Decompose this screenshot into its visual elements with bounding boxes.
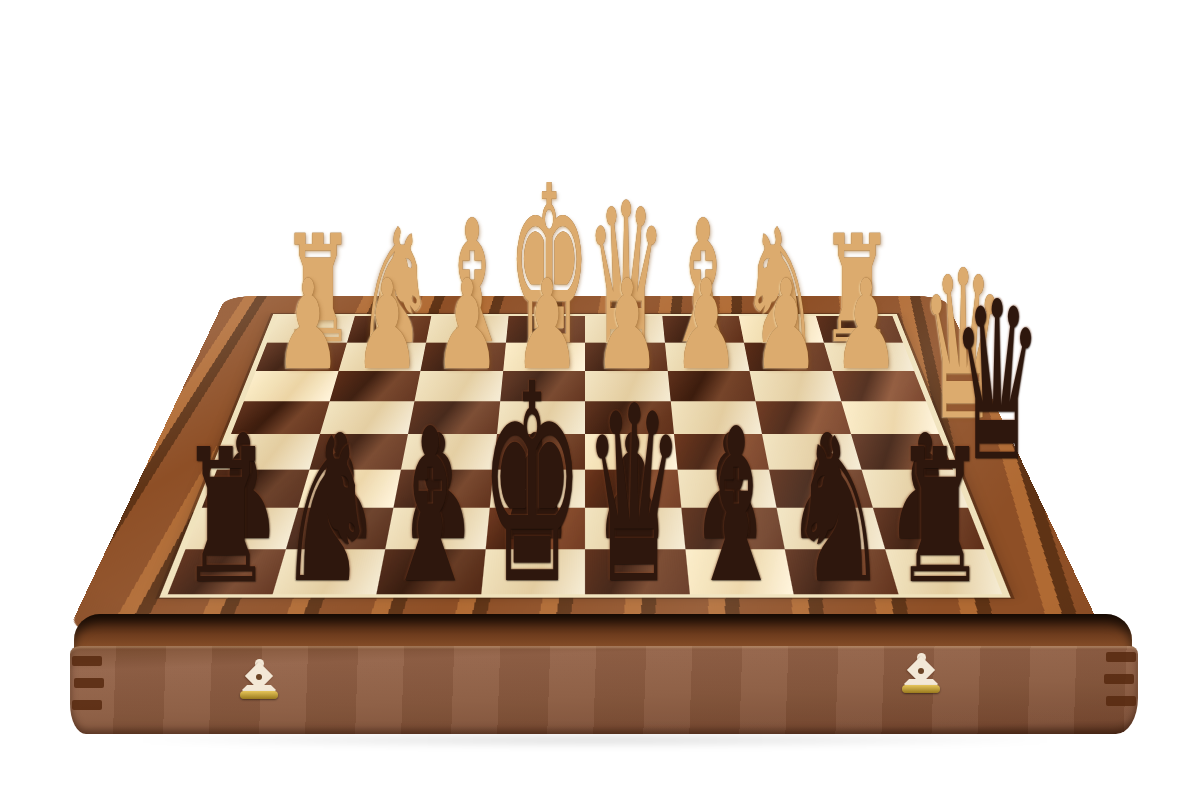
piece-black-knight-b8[interactable]: ♞ [788,413,888,612]
piece-white-pawn-h2[interactable]: ♟ [274,264,341,388]
piece-white-pawn-a2[interactable]: ♟ [833,264,900,388]
spare-black-queen[interactable]: ♛ [952,273,1042,492]
piece-black-king-e8[interactable]: ♚ [480,349,583,623]
piece-black-bishop-f8[interactable]: ♝ [382,401,477,613]
pieces-layer: ♜♞♝♛♚♝♞♜♟♟♟♟♟♟♟♟♟♟♟♟♟♟♟♟♜♞♝♛♚♝♞♜♛♛ [0,0,1200,800]
piece-white-pawn-g2[interactable]: ♟ [354,264,421,388]
piece-black-bishop-c8[interactable]: ♝ [688,401,783,613]
piece-black-queen-d8[interactable]: ♛ [584,375,685,619]
piece-white-pawn-b2[interactable]: ♟ [753,264,820,388]
piece-black-knight-g8[interactable]: ♞ [278,413,378,612]
chess-set-photo: ♜♞♝♛♚♝♞♜♟♟♟♟♟♟♟♟♟♟♟♟♟♟♟♟♜♞♝♛♚♝♞♜♛♛ [0,0,1200,800]
piece-black-rook-h8[interactable]: ♜ [180,425,273,610]
